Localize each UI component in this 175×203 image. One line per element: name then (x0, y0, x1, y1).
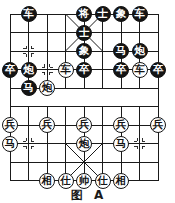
point-2-3 (38, 60, 57, 79)
point-4-6: 兵 (75, 116, 94, 135)
piece-black-chariot: 车 (21, 6, 37, 22)
point-3-4 (56, 79, 75, 98)
point-2-8 (38, 153, 57, 172)
point-7-8 (130, 153, 149, 172)
point-4-1: 士 (75, 23, 94, 42)
point-5-5 (93, 97, 112, 116)
point-4-2: 象 (75, 42, 94, 61)
point-7-2: 炮 (130, 42, 149, 61)
point-3-1 (56, 23, 75, 42)
point-7-6 (130, 116, 149, 135)
piece-red-soldier: 兵 (150, 117, 166, 133)
xiangqi-diagram-figure: 车将士象车士象马炮卒炮车卒卒车卒马炮兵兵兵兵兵马炮马相仕帅仕相 图 A (0, 0, 175, 203)
point-1-0: 车 (19, 5, 38, 24)
point-8-1 (149, 23, 168, 42)
piece-black-soldier: 卒 (150, 62, 166, 78)
point-1-8 (19, 153, 38, 172)
point-8-7 (149, 134, 168, 153)
piece-red-horse: 马 (113, 136, 129, 152)
point-2-0 (38, 5, 57, 24)
board-points-grid: 车将士象车士象马炮卒炮车卒卒车卒马炮兵兵兵兵兵马炮马相仕帅仕相 (1, 5, 168, 190)
piece-black-elephant: 象 (76, 43, 92, 59)
point-5-7 (93, 134, 112, 153)
point-5-1 (93, 23, 112, 42)
point-8-8 (149, 153, 168, 172)
point-4-4 (75, 79, 94, 98)
point-0-3: 卒 (1, 60, 20, 79)
point-8-3: 卒 (149, 60, 168, 79)
point-0-0 (1, 5, 20, 24)
point-0-2 (1, 42, 20, 61)
point-3-7 (56, 134, 75, 153)
point-5-3 (93, 60, 112, 79)
piece-black-elephant: 象 (113, 6, 129, 22)
piece-red-cannon: 炮 (76, 136, 92, 152)
point-8-5 (149, 97, 168, 116)
point-6-3: 卒 (112, 60, 131, 79)
point-0-6: 兵 (1, 116, 20, 135)
point-2-5 (38, 97, 57, 116)
point-2-7 (38, 134, 57, 153)
point-1-6 (19, 116, 38, 135)
point-0-7: 马 (1, 134, 20, 153)
point-7-4 (130, 79, 149, 98)
point-3-3: 车 (56, 60, 75, 79)
point-7-5 (130, 97, 149, 116)
piece-red-cannon: 炮 (39, 80, 55, 96)
point-7-3: 车 (130, 60, 149, 79)
figure-caption: 图 A (0, 187, 175, 203)
point-8-2 (149, 42, 168, 61)
point-7-7 (130, 134, 149, 153)
point-1-4: 马 (19, 79, 38, 98)
piece-black-soldier: 卒 (2, 62, 18, 78)
point-3-6 (56, 116, 75, 135)
piece-red-soldier: 兵 (76, 117, 92, 133)
piece-red-chariot: 车 (58, 62, 74, 78)
piece-black-cannon: 炮 (21, 62, 37, 78)
point-1-3: 炮 (19, 60, 38, 79)
point-4-5 (75, 97, 94, 116)
point-5-4 (93, 79, 112, 98)
point-1-5 (19, 97, 38, 116)
point-0-8 (1, 153, 20, 172)
point-3-0 (56, 5, 75, 24)
point-0-4 (1, 79, 20, 98)
piece-black-soldier: 卒 (113, 62, 129, 78)
point-7-0: 车 (130, 5, 149, 24)
point-6-5 (112, 97, 131, 116)
point-8-4 (149, 79, 168, 98)
point-7-1 (130, 23, 149, 42)
point-3-2 (56, 42, 75, 61)
point-1-1 (19, 23, 38, 42)
point-4-7: 炮 (75, 134, 94, 153)
piece-black-cannon: 炮 (132, 43, 148, 59)
piece-black-horse: 马 (113, 43, 129, 59)
point-8-0 (149, 5, 168, 24)
point-2-6: 兵 (38, 116, 57, 135)
point-5-6 (93, 116, 112, 135)
point-0-5 (1, 97, 20, 116)
point-5-2 (93, 42, 112, 61)
xiangqi-board: 车将士象车士象马炮卒炮车卒卒车卒马炮兵兵兵兵兵马炮马相仕帅仕相 (0, 0, 175, 190)
piece-red-chariot: 车 (132, 62, 148, 78)
point-6-1 (112, 23, 131, 42)
piece-red-soldier: 兵 (39, 117, 55, 133)
point-4-0: 将 (75, 5, 94, 24)
point-6-8 (112, 153, 131, 172)
piece-black-advisor: 士 (95, 6, 111, 22)
point-8-6: 兵 (149, 116, 168, 135)
piece-red-horse: 马 (2, 136, 18, 152)
piece-red-soldier: 兵 (113, 117, 129, 133)
point-2-2 (38, 42, 57, 61)
point-0-1 (1, 23, 20, 42)
point-2-1 (38, 23, 57, 42)
point-6-4 (112, 79, 131, 98)
piece-black-soldier: 卒 (76, 62, 92, 78)
point-2-4: 炮 (38, 79, 57, 98)
point-6-7: 马 (112, 134, 131, 153)
point-4-8 (75, 153, 94, 172)
point-1-2 (19, 42, 38, 61)
point-4-3: 卒 (75, 60, 94, 79)
point-6-0: 象 (112, 5, 131, 24)
point-6-2: 马 (112, 42, 131, 61)
point-3-8 (56, 153, 75, 172)
piece-black-chariot: 车 (132, 6, 148, 22)
piece-red-soldier: 兵 (2, 117, 18, 133)
point-5-8 (93, 153, 112, 172)
piece-black-horse: 马 (21, 80, 37, 96)
point-1-7 (19, 134, 38, 153)
piece-black-advisor: 士 (76, 25, 92, 41)
piece-black-general: 将 (76, 6, 92, 22)
point-5-0: 士 (93, 5, 112, 24)
point-3-5 (56, 97, 75, 116)
point-6-6: 兵 (112, 116, 131, 135)
